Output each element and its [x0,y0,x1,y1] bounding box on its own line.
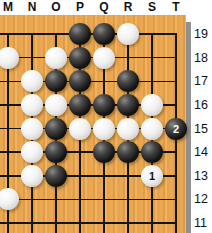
white-stone-M18[interactable] [0,47,19,69]
black-stone-R16[interactable] [117,94,139,116]
row-label-18: 18 [194,51,212,65]
go-diagram: MNOPQRST 191817161514131211 12 [0,0,212,233]
black-stone-O15[interactable] [45,118,67,140]
row-label-19: 19 [194,27,212,41]
black-stone-Q14[interactable] [93,141,115,163]
column-label-P: P [76,0,84,14]
white-stone-S16[interactable] [141,94,163,116]
black-stone-O13[interactable] [45,165,67,187]
row-label-13: 13 [194,169,212,183]
black-stone-P19[interactable] [69,23,91,45]
row-label-15: 15 [194,122,212,136]
black-stone-Q19[interactable] [93,23,115,45]
white-stone-O16[interactable] [45,94,67,116]
white-stone-N14[interactable] [21,141,43,163]
white-stone-S13[interactable]: 1 [141,165,163,187]
black-stone-Q16[interactable] [93,94,115,116]
white-stone-S15[interactable] [141,118,163,140]
black-stone-P16[interactable] [69,94,91,116]
black-stone-R14[interactable] [117,141,139,163]
white-stone-O18[interactable] [45,47,67,69]
black-stone-O14[interactable] [45,141,67,163]
row-label-12: 12 [194,192,212,206]
row-label-16: 16 [194,98,212,112]
row-label-17: 17 [194,74,212,88]
white-stone-N16[interactable] [21,94,43,116]
white-stone-N13[interactable] [21,165,43,187]
white-stone-N15[interactable] [21,118,43,140]
white-stone-P15[interactable] [69,118,91,140]
column-label-Q: Q [99,0,108,14]
column-label-R: R [124,0,133,14]
row-label-11: 11 [194,216,212,230]
column-label-T: T [172,0,179,14]
white-stone-Q18[interactable] [93,47,115,69]
column-label-S: S [148,0,156,14]
black-stone-T15[interactable]: 2 [165,118,187,140]
black-stone-S14[interactable] [141,141,163,163]
column-label-M: M [3,0,13,14]
column-label-O: O [51,0,60,14]
white-stone-R15[interactable] [117,118,139,140]
grid-hline-11 [0,222,177,224]
white-stone-Q15[interactable] [93,118,115,140]
row-label-14: 14 [194,145,212,159]
grid-hline-12 [0,199,177,201]
black-stone-P18[interactable] [69,47,91,69]
white-stone-R19[interactable] [117,23,139,45]
column-label-N: N [28,0,37,14]
